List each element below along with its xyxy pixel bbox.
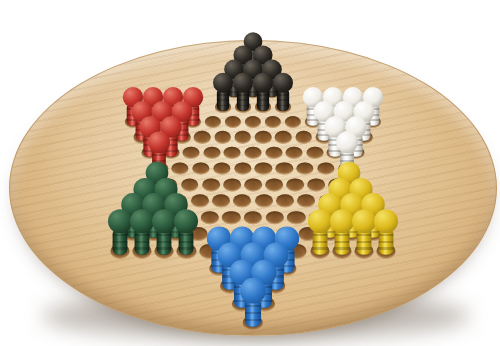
peg-head [152, 210, 176, 234]
board-hole[interactable] [202, 178, 220, 191]
board-cells-layer [10, 41, 496, 335]
board-hole[interactable] [286, 147, 303, 160]
board-hole[interactable] [235, 131, 252, 143]
black-peg[interactable] [273, 73, 293, 111]
peg-head [374, 210, 398, 234]
board-hole[interactable] [214, 131, 231, 143]
peg-body [237, 90, 250, 111]
peg-head [330, 210, 354, 234]
green-peg[interactable] [130, 210, 154, 256]
peg-body [312, 230, 327, 255]
board-hole[interactable] [297, 194, 315, 207]
peg-body [276, 90, 289, 111]
board-hole[interactable] [224, 147, 241, 160]
board-hole[interactable] [172, 162, 189, 175]
board-hole[interactable] [194, 131, 211, 143]
board-hole[interactable] [265, 211, 283, 225]
green-peg[interactable] [174, 210, 198, 256]
peg-body [179, 230, 194, 255]
board-hole[interactable] [285, 116, 301, 128]
chinese-checkers-board [9, 40, 497, 336]
blue-peg[interactable] [240, 277, 266, 326]
black-peg[interactable] [233, 73, 253, 111]
board-hole[interactable] [201, 211, 219, 225]
peg-body [256, 90, 269, 111]
peg-head [308, 210, 332, 234]
yellow-peg[interactable] [352, 210, 376, 256]
board-hole[interactable] [296, 162, 313, 175]
peg-body [245, 300, 261, 327]
board-hole[interactable] [255, 131, 272, 143]
board-hole[interactable] [265, 178, 283, 191]
yellow-peg[interactable] [330, 210, 354, 256]
board-hole[interactable] [223, 178, 241, 191]
board-hole[interactable] [212, 194, 230, 207]
board-hole[interactable] [265, 147, 282, 160]
board-hole[interactable] [307, 178, 325, 191]
board-hole[interactable] [213, 162, 230, 175]
board-hole[interactable] [276, 194, 294, 207]
board-hole[interactable] [275, 131, 292, 143]
board-hole[interactable] [203, 147, 220, 160]
board-hole[interactable] [286, 178, 304, 191]
board-hole[interactable] [245, 147, 262, 160]
peg-head [336, 131, 358, 153]
board-hole[interactable] [317, 162, 334, 175]
black-peg[interactable] [253, 73, 273, 111]
peg-body [378, 230, 393, 255]
board-hole[interactable] [245, 116, 261, 128]
board-hole[interactable] [192, 162, 209, 175]
peg-head [130, 210, 154, 234]
board-hole[interactable] [191, 194, 209, 207]
peg-head [108, 210, 132, 234]
black-peg[interactable] [213, 73, 233, 111]
board-hole[interactable] [181, 178, 199, 191]
peg-body [134, 230, 149, 255]
board-hole[interactable] [295, 131, 312, 143]
yellow-peg[interactable] [308, 210, 332, 256]
board-hole[interactable] [276, 162, 293, 175]
board-hole[interactable] [255, 194, 273, 207]
board-hole[interactable] [234, 162, 251, 175]
board-hole[interactable] [205, 116, 221, 128]
peg-head [233, 73, 253, 93]
board-hole[interactable] [233, 194, 251, 207]
board-hole[interactable] [183, 147, 200, 160]
peg-head [213, 73, 233, 93]
board-hole[interactable] [244, 178, 262, 191]
yellow-peg[interactable] [374, 210, 398, 256]
peg-body [157, 230, 172, 255]
board-hole[interactable] [244, 211, 262, 225]
board-hole[interactable] [306, 147, 323, 160]
green-peg[interactable] [152, 210, 176, 256]
peg-head [240, 277, 266, 303]
peg-head [273, 73, 293, 93]
board-hole[interactable] [255, 162, 272, 175]
peg-head [352, 210, 376, 234]
peg-body [217, 90, 230, 111]
peg-head [148, 131, 170, 153]
board-hole[interactable] [222, 211, 240, 225]
peg-body [112, 230, 127, 255]
board-hole[interactable] [265, 116, 281, 128]
green-peg[interactable] [108, 210, 132, 256]
board-hole[interactable] [287, 211, 305, 225]
peg-head [174, 210, 198, 234]
peg-body [334, 230, 349, 255]
peg-body [356, 230, 371, 255]
board-hole[interactable] [225, 116, 241, 128]
photo-scene [0, 0, 500, 346]
peg-head [253, 73, 273, 93]
